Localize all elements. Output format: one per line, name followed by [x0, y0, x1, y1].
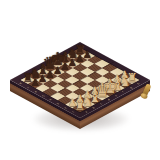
file-label-f: f — [121, 91, 124, 93]
chess-set-photo: a8b7c6d5e4f3g2h1 ♜♞♝♛♚♝♞♜♟♟♟♟♟♟♟♟♟♟♟♟♟♟♟… — [0, 0, 160, 160]
rank-label-8: 8 — [19, 83, 23, 85]
file-label-g: g — [129, 87, 133, 89]
rank-label-1: 1 — [71, 111, 75, 113]
file-label-h: h — [136, 82, 140, 84]
rank-label-3: 3 — [56, 103, 60, 105]
file-label-d: d — [107, 99, 111, 101]
rank-label-4: 4 — [49, 99, 53, 101]
file-label-e: e — [114, 95, 118, 97]
rank-label-5: 5 — [42, 95, 46, 97]
file-label-b: b — [92, 107, 96, 109]
rank-label-7: 7 — [27, 87, 31, 89]
file-label-c: c — [99, 103, 103, 105]
rank-label-6: 6 — [34, 91, 38, 93]
file-label-a: a — [84, 111, 88, 113]
rank-label-2: 2 — [64, 107, 68, 109]
